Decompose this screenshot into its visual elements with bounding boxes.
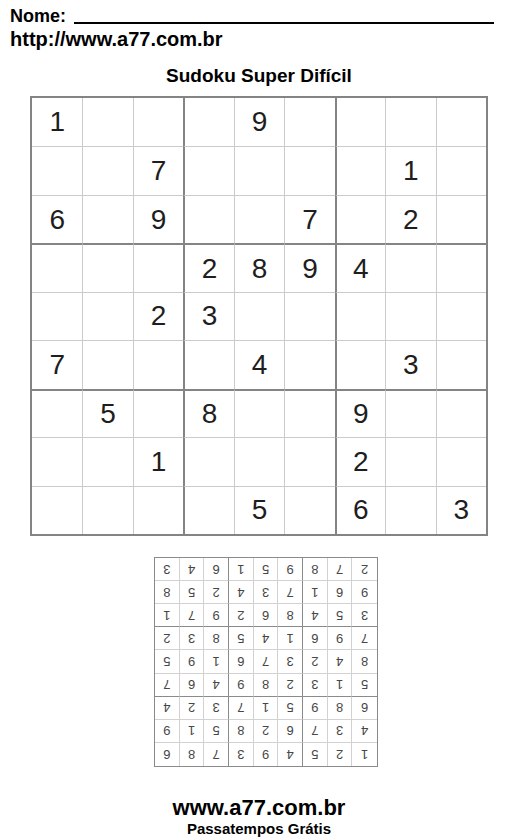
solution-cell-r9c6: 1: [229, 558, 254, 581]
solution-cell-r4c3: 3: [303, 674, 328, 697]
solution-cell-r5c8: 9: [180, 650, 205, 673]
solution-cell-r9c7: 6: [204, 558, 229, 581]
puzzle-cell-r2c4: [183, 146, 233, 194]
solution-cell-r1c7: 7: [204, 743, 229, 766]
solution-cell-r1c3: 5: [303, 743, 328, 766]
solution-cell-r3c8: 2: [180, 697, 205, 720]
puzzle-cell-r6c7: [335, 340, 385, 388]
puzzle-cell-r8c7: 2: [335, 437, 385, 485]
solution-cell-r9c3: 8: [303, 558, 328, 581]
puzzle-cell-r3c4: [183, 195, 233, 243]
puzzle-cell-r8c3: 1: [133, 437, 183, 485]
puzzle-cell-r5c5: [234, 292, 284, 340]
puzzle-cell-r5c9: [436, 292, 486, 340]
puzzle-cell-r3c6: 7: [284, 195, 334, 243]
page-title: Sudoku Super Difícil: [0, 65, 518, 87]
solution-cell-r9c9: 3: [155, 558, 180, 581]
solution-cell-r4c7: 4: [204, 674, 229, 697]
solution-cell-r2c4: 6: [278, 720, 303, 743]
solution-cell-r4c5: 8: [254, 674, 279, 697]
solution-cell-r1c8: 8: [180, 743, 205, 766]
site-url-text: http://www.a77.com.br: [0, 27, 518, 51]
solution-cell-r2c9: 9: [155, 720, 180, 743]
puzzle-cell-r3c9: [436, 195, 486, 243]
solution-cell-r4c8: 6: [180, 674, 205, 697]
solution-cell-r2c2: 3: [328, 720, 353, 743]
puzzle-cell-r6c8: 3: [385, 340, 435, 388]
puzzle-cell-r2c8: 1: [385, 146, 435, 194]
puzzle-cell-r2c6: [284, 146, 334, 194]
solution-cell-r1c6: 3: [229, 743, 254, 766]
name-row: Nome:: [0, 0, 518, 27]
solution-cell-r7c9: 1: [155, 604, 180, 627]
solution-cell-r7c3: 4: [303, 604, 328, 627]
solution-cell-r8c3: 1: [303, 581, 328, 604]
solution-cell-r8c8: 5: [180, 581, 205, 604]
puzzle-cell-r3c2: [82, 195, 132, 243]
puzzle-cell-r8c4: [183, 437, 233, 485]
puzzle-cell-r1c9: [436, 98, 486, 146]
puzzle-cell-r1c3: [133, 98, 183, 146]
solution-cell-r9c2: 7: [328, 558, 353, 581]
name-label: Nome:: [10, 5, 66, 27]
puzzle-cell-r7c1: [32, 389, 82, 437]
puzzle-cell-r5c8: [385, 292, 435, 340]
puzzle-cell-r9c2: [82, 486, 132, 534]
solution-cell-r3c2: 8: [328, 697, 353, 720]
sudoku-grid: 1971697228942374358912563: [30, 96, 488, 536]
puzzle-cell-r8c6: [284, 437, 334, 485]
solution-cell-r5c7: 1: [204, 650, 229, 673]
puzzle-cell-r2c9: [436, 146, 486, 194]
puzzle-cell-r4c5: 8: [234, 243, 284, 291]
puzzle-cell-r5c2: [82, 292, 132, 340]
solution-cell-r7c6: 2: [229, 604, 254, 627]
solution-cell-r5c3: 2: [303, 650, 328, 673]
solution-cell-r7c1: 3: [352, 604, 377, 627]
puzzle-cell-r7c8: [385, 389, 435, 437]
solution-cell-r9c8: 4: [180, 558, 205, 581]
solution-cell-r4c9: 7: [155, 674, 180, 697]
puzzle-cell-r1c4: [183, 98, 233, 146]
solution-cell-r9c5: 5: [254, 558, 279, 581]
solution-cell-r6c9: 2: [155, 627, 180, 650]
puzzle-cell-r9c7: 6: [335, 486, 385, 534]
solution-cell-r2c6: 8: [229, 720, 254, 743]
puzzle-cell-r2c5: [234, 146, 284, 194]
solution-cell-r6c2: 9: [328, 627, 353, 650]
puzzle-cell-r5c3: 2: [133, 292, 183, 340]
solution-cell-r6c5: 4: [254, 627, 279, 650]
puzzle-cell-r4c8: [385, 243, 435, 291]
solution-cell-r4c6: 9: [229, 674, 254, 697]
puzzle-cell-r6c3: [133, 340, 183, 388]
puzzle-cell-r3c8: 2: [385, 195, 435, 243]
puzzle-cell-r5c1: [32, 292, 82, 340]
puzzle-cell-r9c6: [284, 486, 334, 534]
puzzle-cell-r7c5: [234, 389, 284, 437]
solution-cell-r6c4: 1: [278, 627, 303, 650]
solution-cell-r1c5: 9: [254, 743, 279, 766]
puzzle-cell-r1c1: 1: [32, 98, 82, 146]
solution-cell-r4c2: 1: [328, 674, 353, 697]
puzzle-cell-r2c3: 7: [133, 146, 183, 194]
solution-cell-r6c3: 6: [303, 627, 328, 650]
solution-cell-r8c7: 2: [204, 581, 229, 604]
solution-cell-r7c2: 5: [328, 604, 353, 627]
solution-cell-r1c4: 4: [278, 743, 303, 766]
puzzle-cell-r4c1: [32, 243, 82, 291]
puzzle-cell-r8c9: [436, 437, 486, 485]
solution-cell-r1c2: 2: [328, 743, 353, 766]
puzzle-cell-r7c2: 5: [82, 389, 132, 437]
solution-cell-r2c5: 2: [254, 720, 279, 743]
puzzle-cell-r6c6: [284, 340, 334, 388]
solution-cell-r3c1: 6: [352, 697, 377, 720]
puzzle-cell-r7c3: [133, 389, 183, 437]
solution-cell-r7c5: 6: [254, 604, 279, 627]
puzzle-cell-r4c2: [82, 243, 132, 291]
sudoku-solution-grid-rotated: 1254937864376285196895173245132894678423…: [154, 557, 378, 767]
solution-cell-r5c1: 8: [352, 650, 377, 673]
solution-cell-r6c8: 3: [180, 627, 205, 650]
puzzle-cell-r9c4: [183, 486, 233, 534]
solution-cell-r5c5: 7: [254, 650, 279, 673]
puzzle-cell-r9c8: [385, 486, 435, 534]
puzzle-cell-r9c5: 5: [234, 486, 284, 534]
solution-cell-r2c7: 5: [204, 720, 229, 743]
solution-cell-r3c4: 5: [278, 697, 303, 720]
puzzle-cell-r6c9: [436, 340, 486, 388]
puzzle-cell-r1c8: [385, 98, 435, 146]
puzzle-cell-r5c4: 3: [183, 292, 233, 340]
solution-cell-r5c4: 3: [278, 650, 303, 673]
puzzle-cell-r2c7: [335, 146, 385, 194]
puzzle-cell-r2c1: [32, 146, 82, 194]
solution-cell-r8c5: 3: [254, 581, 279, 604]
solution-cell-r8c1: 9: [352, 581, 377, 604]
puzzle-cell-r6c2: [82, 340, 132, 388]
footer-site-text: www.a77.com.br: [0, 795, 518, 820]
puzzle-cell-r8c1: [32, 437, 82, 485]
puzzle-cell-r3c1: 6: [32, 195, 82, 243]
puzzle-cell-r4c9: [436, 243, 486, 291]
puzzle-cell-r9c1: [32, 486, 82, 534]
puzzle-cell-r2c2: [82, 146, 132, 194]
solution-cell-r8c4: 7: [278, 581, 303, 604]
puzzle-cell-r7c7: 9: [335, 389, 385, 437]
solution-cell-r5c9: 5: [155, 650, 180, 673]
solution-cell-r7c8: 7: [180, 604, 205, 627]
solution-cell-r9c4: 9: [278, 558, 303, 581]
solution-cell-r1c1: 1: [352, 743, 377, 766]
puzzle-cell-r1c6: [284, 98, 334, 146]
puzzle-cell-r9c3: [133, 486, 183, 534]
puzzle-cell-r8c2: [82, 437, 132, 485]
solution-cell-r7c4: 8: [278, 604, 303, 627]
footer: www.a77.com.br Passatempos Grátis: [0, 795, 518, 838]
solution-cell-r3c6: 7: [229, 697, 254, 720]
puzzle-cell-r6c1: 7: [32, 340, 82, 388]
solution-cell-r2c8: 1: [180, 720, 205, 743]
name-fill-line: [74, 22, 494, 24]
solution-cell-r2c3: 7: [303, 720, 328, 743]
puzzle-cell-r3c5: [234, 195, 284, 243]
solution-cell-r3c5: 1: [254, 697, 279, 720]
solution-cell-r8c6: 4: [229, 581, 254, 604]
puzzle-cell-r1c2: [82, 98, 132, 146]
puzzle-cell-r4c6: 9: [284, 243, 334, 291]
solution-cell-r2c1: 4: [352, 720, 377, 743]
puzzle-cell-r4c4: 2: [183, 243, 233, 291]
puzzle-cell-r1c5: 9: [234, 98, 284, 146]
puzzle-cell-r4c7: 4: [335, 243, 385, 291]
solution-cell-r6c6: 5: [229, 627, 254, 650]
footer-tagline-text: Passatempos Grátis: [0, 820, 518, 838]
puzzle-cell-r3c3: 9: [133, 195, 183, 243]
solution-cell-r4c1: 5: [352, 674, 377, 697]
solution-cell-r8c9: 8: [155, 581, 180, 604]
puzzle-cell-r8c5: [234, 437, 284, 485]
puzzle-cell-r8c8: [385, 437, 435, 485]
puzzle-cell-r7c9: [436, 389, 486, 437]
solution-cell-r5c2: 4: [328, 650, 353, 673]
puzzle-cell-r7c4: 8: [183, 389, 233, 437]
solution-cell-r5c6: 6: [229, 650, 254, 673]
solution-cell-r6c7: 8: [204, 627, 229, 650]
puzzle-cell-r9c9: 3: [436, 486, 486, 534]
solution-cell-r3c9: 4: [155, 697, 180, 720]
puzzle-cell-r4c3: [133, 243, 183, 291]
solution-cell-r3c3: 9: [303, 697, 328, 720]
solution-cell-r1c9: 6: [155, 743, 180, 766]
puzzle-cell-r7c6: [284, 389, 334, 437]
solution-cell-r7c7: 9: [204, 604, 229, 627]
solution-cell-r8c2: 6: [328, 581, 353, 604]
solution-cell-r3c7: 3: [204, 697, 229, 720]
solution-cell-r4c4: 2: [278, 674, 303, 697]
puzzle-cell-r1c7: [335, 98, 385, 146]
puzzle-cell-r6c5: 4: [234, 340, 284, 388]
puzzle-cell-r5c7: [335, 292, 385, 340]
solution-cell-r9c1: 2: [352, 558, 377, 581]
sudoku-printable-page: Nome: http://www.a77.com.br Sudoku Super…: [0, 0, 518, 840]
puzzle-cell-r3c7: [335, 195, 385, 243]
puzzle-cell-r5c6: [284, 292, 334, 340]
solution-cell-r6c1: 7: [352, 627, 377, 650]
puzzle-cell-r6c4: [183, 340, 233, 388]
